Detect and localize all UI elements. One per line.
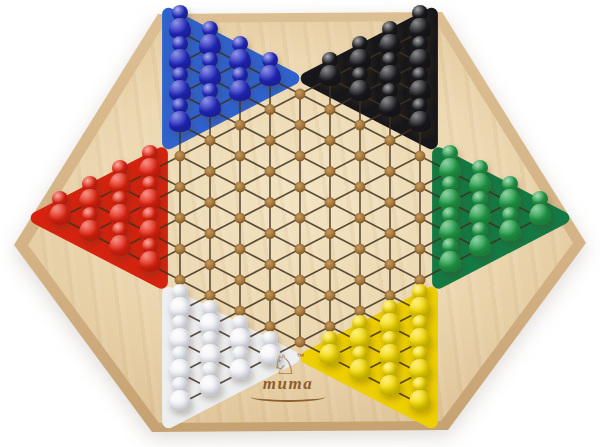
peg-white[interactable] bbox=[199, 331, 221, 365]
peg-body bbox=[169, 390, 191, 411]
peg-red[interactable] bbox=[139, 145, 161, 179]
peg-red[interactable] bbox=[109, 160, 131, 194]
hole-c11-j3[interactable] bbox=[385, 135, 395, 145]
peg-green[interactable] bbox=[469, 191, 491, 225]
hole-c6-j5[interactable] bbox=[235, 213, 245, 223]
hole-c7-j2[interactable] bbox=[265, 135, 275, 145]
peg-body bbox=[109, 235, 131, 256]
peg-body bbox=[49, 204, 71, 225]
hole-c9-j3[interactable] bbox=[325, 166, 335, 176]
peg-green[interactable] bbox=[499, 176, 521, 210]
hole-c8-j1[interactable] bbox=[295, 120, 305, 130]
hole-c8-j8[interactable] bbox=[295, 337, 305, 347]
peg-body bbox=[319, 65, 341, 86]
hole-c4-j5[interactable] bbox=[175, 182, 185, 192]
peg-black[interactable] bbox=[409, 5, 431, 39]
hole-c9-j5[interactable] bbox=[325, 228, 335, 238]
hole-c7-j5[interactable] bbox=[265, 228, 275, 238]
peg-white[interactable] bbox=[169, 315, 191, 349]
muma-logo-text: muma bbox=[240, 374, 336, 394]
peg-blue[interactable] bbox=[199, 83, 221, 117]
peg-yellow[interactable] bbox=[409, 346, 431, 380]
peg-blue[interactable] bbox=[259, 52, 281, 86]
peg-white[interactable] bbox=[199, 362, 221, 396]
hole-c9-j6[interactable] bbox=[325, 259, 335, 269]
peg-blue[interactable] bbox=[169, 36, 191, 70]
hole-c9-j1[interactable] bbox=[325, 104, 335, 114]
hole-c5-j7[interactable] bbox=[205, 259, 215, 269]
peg-red[interactable] bbox=[139, 207, 161, 241]
hole-c8-j4[interactable] bbox=[295, 213, 305, 223]
peg-black[interactable] bbox=[379, 52, 401, 86]
peg-body bbox=[169, 111, 191, 132]
peg-red[interactable] bbox=[79, 207, 101, 241]
peg-body bbox=[349, 359, 371, 380]
hole-c6-j3[interactable] bbox=[235, 151, 245, 161]
hole-c4-j4[interactable] bbox=[175, 151, 185, 161]
peg-white[interactable] bbox=[229, 315, 251, 349]
hole-c10-j6[interactable] bbox=[355, 244, 365, 254]
peg-red[interactable] bbox=[139, 238, 161, 272]
peg-blue[interactable] bbox=[229, 67, 251, 101]
peg-green[interactable] bbox=[469, 160, 491, 194]
peg-yellow[interactable] bbox=[379, 331, 401, 365]
hole-c9-j7[interactable] bbox=[325, 290, 335, 300]
peg-white[interactable] bbox=[169, 346, 191, 380]
hole-c11-j7[interactable] bbox=[385, 259, 395, 269]
hole-c6-j4[interactable] bbox=[235, 182, 245, 192]
hole-c10-j4[interactable] bbox=[355, 182, 365, 192]
product-photo-stage: ♘™ muma bbox=[0, 0, 600, 447]
peg-body bbox=[79, 220, 101, 241]
peg-green[interactable] bbox=[439, 176, 461, 210]
hole-c12-j7[interactable] bbox=[415, 244, 425, 254]
peg-white[interactable] bbox=[199, 300, 221, 334]
peg-blue[interactable] bbox=[169, 5, 191, 39]
peg-yellow[interactable] bbox=[379, 362, 401, 396]
peg-body bbox=[469, 235, 491, 256]
hole-c5-j5[interactable] bbox=[205, 197, 215, 207]
hole-c7-j7[interactable] bbox=[265, 290, 275, 300]
peg-black[interactable] bbox=[379, 83, 401, 117]
peg-blue[interactable] bbox=[169, 67, 191, 101]
hole-c6-j6[interactable] bbox=[235, 244, 245, 254]
peg-body bbox=[259, 65, 281, 86]
peg-yellow[interactable] bbox=[349, 315, 371, 349]
hole-c9-j2[interactable] bbox=[325, 135, 335, 145]
hole-c8-j5[interactable] bbox=[295, 244, 305, 254]
hole-c7-j6[interactable] bbox=[265, 259, 275, 269]
hole-c8-j0[interactable] bbox=[295, 89, 305, 99]
hole-c4-j6[interactable] bbox=[175, 213, 185, 223]
hole-c5-j6[interactable] bbox=[205, 228, 215, 238]
peg-body bbox=[379, 375, 401, 396]
hole-c7-j3[interactable] bbox=[265, 166, 275, 176]
peg-blue[interactable] bbox=[199, 21, 221, 55]
peg-yellow[interactable] bbox=[409, 315, 431, 349]
peg-black[interactable] bbox=[379, 21, 401, 55]
peg-body bbox=[349, 80, 371, 101]
hole-c4-j7[interactable] bbox=[175, 244, 185, 254]
peg-green[interactable] bbox=[439, 145, 461, 179]
peg-black[interactable] bbox=[349, 36, 371, 70]
peg-blue[interactable] bbox=[199, 52, 221, 86]
hole-c8-j3[interactable] bbox=[295, 182, 305, 192]
peg-black[interactable] bbox=[409, 36, 431, 70]
hole-c11-j5[interactable] bbox=[385, 197, 395, 207]
peg-black[interactable] bbox=[409, 98, 431, 132]
peg-green[interactable] bbox=[499, 207, 521, 241]
hole-c6-j2[interactable] bbox=[235, 120, 245, 130]
trademark-symbol: ™ bbox=[296, 352, 304, 361]
hole-c6-j7[interactable] bbox=[235, 275, 245, 285]
hole-c10-j7[interactable] bbox=[355, 275, 365, 285]
peg-yellow[interactable] bbox=[409, 284, 431, 318]
peg-white[interactable] bbox=[169, 284, 191, 318]
peg-white[interactable] bbox=[169, 377, 191, 411]
hole-c11-j6[interactable] bbox=[385, 228, 395, 238]
hole-c5-j4[interactable] bbox=[205, 166, 215, 176]
peg-yellow[interactable] bbox=[409, 377, 431, 411]
peg-green[interactable] bbox=[439, 207, 461, 241]
peg-body bbox=[139, 251, 161, 272]
hole-c10-j3[interactable] bbox=[355, 151, 365, 161]
hole-c7-j4[interactable] bbox=[265, 197, 275, 207]
muma-logo-underline bbox=[251, 395, 325, 402]
hole-c8-j6[interactable] bbox=[295, 275, 305, 285]
peg-green[interactable] bbox=[439, 238, 461, 272]
peg-red[interactable] bbox=[139, 176, 161, 210]
hole-c5-j3[interactable] bbox=[205, 135, 215, 145]
peg-yellow[interactable] bbox=[379, 300, 401, 334]
peg-red[interactable] bbox=[49, 191, 71, 225]
muma-logo: ♘™ muma bbox=[240, 352, 336, 402]
peg-body bbox=[229, 80, 251, 101]
peg-red[interactable] bbox=[79, 176, 101, 210]
hole-c8-j7[interactable] bbox=[295, 306, 305, 316]
peg-body bbox=[409, 390, 431, 411]
hole-c9-j4[interactable] bbox=[325, 197, 335, 207]
peg-blue[interactable] bbox=[229, 36, 251, 70]
peg-body bbox=[529, 204, 551, 225]
peg-black[interactable] bbox=[409, 67, 431, 101]
peg-blue[interactable] bbox=[169, 98, 191, 132]
peg-body bbox=[439, 251, 461, 272]
peg-green[interactable] bbox=[469, 222, 491, 256]
peg-body bbox=[409, 111, 431, 132]
peg-black[interactable] bbox=[319, 52, 341, 86]
peg-red[interactable] bbox=[109, 222, 131, 256]
peg-yellow[interactable] bbox=[349, 346, 371, 380]
peg-body bbox=[379, 96, 401, 117]
peg-red[interactable] bbox=[109, 191, 131, 225]
hole-c11-j4[interactable] bbox=[385, 166, 395, 176]
peg-body bbox=[199, 375, 221, 396]
peg-green[interactable] bbox=[529, 191, 551, 225]
hole-c10-j2[interactable] bbox=[355, 120, 365, 130]
peg-body bbox=[199, 96, 221, 117]
peg-body bbox=[499, 220, 521, 241]
hole-c12-j5[interactable] bbox=[415, 182, 425, 192]
hole-c12-j6[interactable] bbox=[415, 213, 425, 223]
hole-c12-j4[interactable] bbox=[415, 151, 425, 161]
peg-black[interactable] bbox=[349, 67, 371, 101]
hole-c7-j1[interactable] bbox=[265, 104, 275, 114]
hole-c8-j2[interactable] bbox=[295, 151, 305, 161]
hole-c10-j5[interactable] bbox=[355, 213, 365, 223]
